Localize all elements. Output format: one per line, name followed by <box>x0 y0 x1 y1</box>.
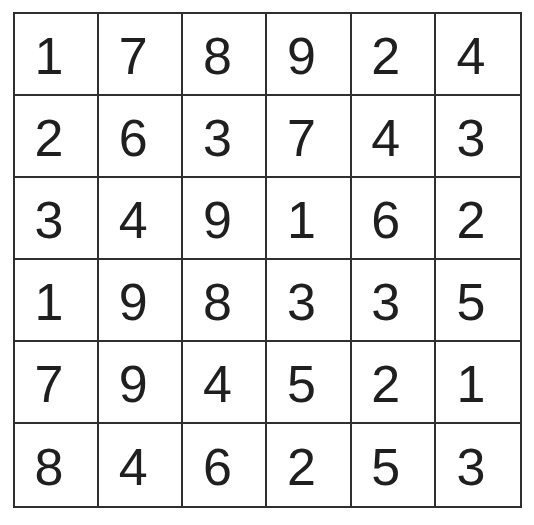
grid-cell-r6c3: 6 <box>183 424 267 506</box>
grid-cell-r5c1: 7 <box>15 342 99 424</box>
grid-cell-r2c6: 3 <box>436 96 520 178</box>
grid-cell-r1c3: 8 <box>183 14 267 96</box>
grid-cell-r5c6: 1 <box>436 342 520 424</box>
grid-cell-r3c5: 6 <box>352 178 436 260</box>
grid-cell-r2c5: 4 <box>352 96 436 178</box>
grid-cell-r1c1: 1 <box>15 14 99 96</box>
grid-cell-r5c3: 4 <box>183 342 267 424</box>
cell-digit: 5 <box>287 358 316 410</box>
cell-digit: 1 <box>35 276 64 328</box>
cell-digit: 3 <box>371 276 400 328</box>
cell-digit: 4 <box>371 112 400 164</box>
grid-cell-r6c4: 2 <box>267 424 351 506</box>
cell-digit: 2 <box>371 358 400 410</box>
cell-digit: 4 <box>203 358 232 410</box>
grid-cell-r3c1: 3 <box>15 178 99 260</box>
cell-digit: 3 <box>456 441 485 493</box>
cell-digit: 1 <box>35 30 64 82</box>
cell-digit: 2 <box>35 112 64 164</box>
grid-cell-r4c6: 5 <box>436 260 520 342</box>
cell-digit: 2 <box>456 194 485 246</box>
grid-cell-r5c5: 2 <box>352 342 436 424</box>
cell-digit: 3 <box>287 276 316 328</box>
grid-cell-r4c2: 9 <box>99 260 183 342</box>
grid-cell-r3c6: 2 <box>436 178 520 260</box>
cell-digit: 3 <box>456 112 485 164</box>
cell-digit: 7 <box>35 358 64 410</box>
cell-digit: 9 <box>203 194 232 246</box>
cell-digit: 7 <box>287 112 316 164</box>
grid-cell-r1c4: 9 <box>267 14 351 96</box>
grid-cell-r2c3: 3 <box>183 96 267 178</box>
cell-digit: 8 <box>35 441 64 493</box>
cell-digit: 4 <box>456 30 485 82</box>
grid-cell-r3c3: 9 <box>183 178 267 260</box>
cell-digit: 9 <box>287 30 316 82</box>
grid-cell-r3c4: 1 <box>267 178 351 260</box>
cell-digit: 3 <box>35 194 64 246</box>
grid-cell-r2c2: 6 <box>99 96 183 178</box>
grid-cell-r5c2: 9 <box>99 342 183 424</box>
cell-digit: 8 <box>203 276 232 328</box>
cell-digit: 2 <box>287 441 316 493</box>
grid-cell-r4c1: 1 <box>15 260 99 342</box>
grid-cell-r6c5: 5 <box>352 424 436 506</box>
grid-cell-r1c6: 4 <box>436 14 520 96</box>
grid-cell-r1c2: 7 <box>99 14 183 96</box>
cell-digit: 6 <box>371 194 400 246</box>
grid-cell-r2c1: 2 <box>15 96 99 178</box>
grid: 178924263743349162198335794521846253 <box>13 12 522 508</box>
cell-digit: 9 <box>119 358 148 410</box>
cell-digit: 2 <box>371 30 400 82</box>
grid-cell-r4c3: 8 <box>183 260 267 342</box>
cell-digit: 4 <box>119 441 148 493</box>
grid-cell-r6c2: 4 <box>99 424 183 506</box>
cell-digit: 1 <box>287 194 316 246</box>
grid-cell-r1c5: 2 <box>352 14 436 96</box>
cell-digit: 3 <box>203 112 232 164</box>
grid-cell-r6c6: 3 <box>436 424 520 506</box>
cell-digit: 7 <box>119 30 148 82</box>
cell-digit: 8 <box>203 30 232 82</box>
grid-cell-r6c1: 8 <box>15 424 99 506</box>
grid-cell-r3c2: 4 <box>99 178 183 260</box>
cell-digit: 6 <box>203 441 232 493</box>
grid-cell-r4c4: 3 <box>267 260 351 342</box>
grid-cell-r5c4: 5 <box>267 342 351 424</box>
grid-cell-r2c4: 7 <box>267 96 351 178</box>
cell-digit: 6 <box>119 112 148 164</box>
cell-digit: 1 <box>456 358 485 410</box>
cell-digit: 4 <box>119 194 148 246</box>
grid-cell-r4c5: 3 <box>352 260 436 342</box>
cell-digit: 5 <box>456 276 485 328</box>
cell-digit: 9 <box>119 276 148 328</box>
cell-digit: 5 <box>371 441 400 493</box>
number-grid-board: 178924263743349162198335794521846253 <box>13 12 522 508</box>
